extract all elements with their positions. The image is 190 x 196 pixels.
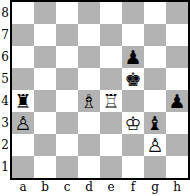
file-label-b: b [34,180,56,196]
square-d2[interactable] [78,134,100,156]
square-e6[interactable] [100,46,122,68]
file-labels: abcdefgh [10,180,190,196]
square-b3[interactable] [34,112,56,134]
square-a6[interactable] [12,46,34,68]
square-g4[interactable] [144,90,166,112]
square-h7[interactable] [166,24,188,46]
square-c6[interactable] [56,46,78,68]
file-label-f: f [122,180,144,196]
black-king-f5[interactable]: ♚ [124,68,141,90]
square-g7[interactable] [144,24,166,46]
rank-labels: 87654321 [0,0,10,196]
black-pawn-f6[interactable]: ♟ [124,46,141,68]
chess-board: ♟♚♜♗♖♟♙♔♝♙ [10,0,190,180]
square-f6[interactable]: ♟ [122,46,144,68]
square-h8[interactable] [166,2,188,24]
white-pawn-g2[interactable]: ♙ [146,134,163,156]
square-d8[interactable] [78,2,100,24]
black-bishop-g3[interactable]: ♝ [146,112,163,134]
square-h1[interactable] [166,156,188,178]
square-b7[interactable] [34,24,56,46]
square-a5[interactable] [12,68,34,90]
square-b6[interactable] [34,46,56,68]
rank-label-7: 7 [0,24,10,46]
square-f4[interactable] [122,90,144,112]
file-label-e: e [100,180,122,196]
white-rook-e4[interactable]: ♖ [102,90,119,112]
square-b2[interactable] [34,134,56,156]
square-c1[interactable] [56,156,78,178]
square-e3[interactable] [100,112,122,134]
square-d3[interactable] [78,112,100,134]
square-c5[interactable] [56,68,78,90]
file-label-a: a [12,180,34,196]
file-label-d: d [78,180,100,196]
rank-label-8: 8 [0,2,10,24]
square-d6[interactable] [78,46,100,68]
black-pawn-h4[interactable]: ♟ [168,90,185,112]
square-g8[interactable] [144,2,166,24]
square-g3[interactable]: ♝ [144,112,166,134]
black-rook-a4[interactable]: ♜ [14,90,31,112]
file-label-g: g [144,180,166,196]
square-d4[interactable]: ♗ [78,90,100,112]
square-h4[interactable]: ♟ [166,90,188,112]
square-c7[interactable] [56,24,78,46]
square-b1[interactable] [34,156,56,178]
square-f1[interactable] [122,156,144,178]
square-e4[interactable]: ♖ [100,90,122,112]
square-h5[interactable] [166,68,188,90]
square-a4[interactable]: ♜ [12,90,34,112]
square-b5[interactable] [34,68,56,90]
square-f3[interactable]: ♔ [122,112,144,134]
square-g5[interactable] [144,68,166,90]
square-d7[interactable] [78,24,100,46]
rank-label-6: 6 [0,46,10,68]
square-a1[interactable] [12,156,34,178]
square-d5[interactable] [78,68,100,90]
white-pawn-a3[interactable]: ♙ [14,112,31,134]
square-a2[interactable] [12,134,34,156]
square-f7[interactable] [122,24,144,46]
white-bishop-d4[interactable]: ♗ [80,90,97,112]
rank-label-3: 3 [0,112,10,134]
square-b4[interactable] [34,90,56,112]
rank-label-1: 1 [0,156,10,178]
square-c3[interactable] [56,112,78,134]
square-d1[interactable] [78,156,100,178]
square-f8[interactable] [122,2,144,24]
chess-diagram: 87654321 ♟♚♜♗♖♟♙♔♝♙ abcdefgh [0,0,190,196]
square-b8[interactable] [34,2,56,24]
file-label-c: c [56,180,78,196]
square-g1[interactable] [144,156,166,178]
square-g2[interactable]: ♙ [144,134,166,156]
square-c2[interactable] [56,134,78,156]
square-h3[interactable] [166,112,188,134]
square-f2[interactable] [122,134,144,156]
square-e7[interactable] [100,24,122,46]
rank-label-2: 2 [0,134,10,156]
square-e8[interactable] [100,2,122,24]
white-king-f3[interactable]: ♔ [124,112,141,134]
square-f5[interactable]: ♚ [122,68,144,90]
rank-label-5: 5 [0,68,10,90]
rank-label-4: 4 [0,90,10,112]
square-e5[interactable] [100,68,122,90]
square-c8[interactable] [56,2,78,24]
square-a8[interactable] [12,2,34,24]
square-a3[interactable]: ♙ [12,112,34,134]
square-a7[interactable] [12,24,34,46]
square-h6[interactable] [166,46,188,68]
square-c4[interactable] [56,90,78,112]
square-h2[interactable] [166,134,188,156]
file-label-h: h [166,180,188,196]
square-g6[interactable] [144,46,166,68]
square-e1[interactable] [100,156,122,178]
square-e2[interactable] [100,134,122,156]
